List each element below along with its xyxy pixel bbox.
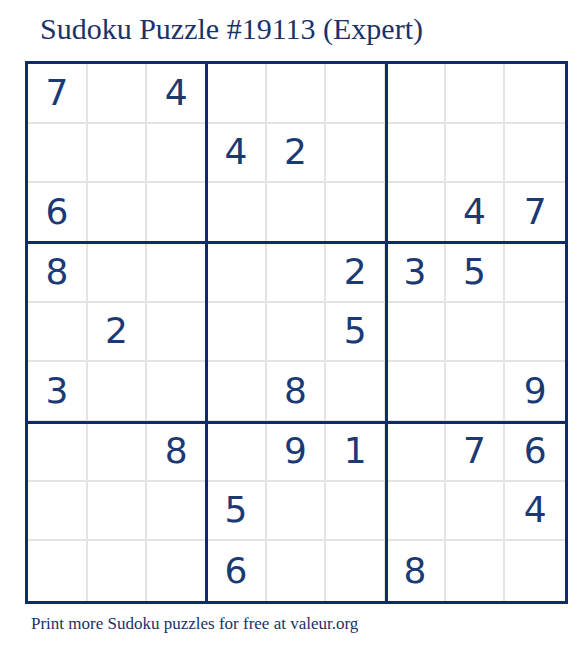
cell-r8c2 bbox=[88, 482, 148, 542]
cell-r6c2 bbox=[88, 362, 148, 422]
cell-r6c7 bbox=[386, 362, 446, 422]
cell-r9c3 bbox=[147, 541, 207, 601]
cell-r7c5: 9 bbox=[267, 422, 327, 482]
cell-r9c5 bbox=[267, 541, 327, 601]
cell-r8c3 bbox=[147, 482, 207, 542]
page-title: Sudoku Puzzle #19113 (Expert) bbox=[40, 12, 423, 46]
cell-r8c9: 4 bbox=[505, 482, 565, 542]
cell-r4c2 bbox=[88, 243, 148, 303]
cell-r6c6 bbox=[326, 362, 386, 422]
cell-r6c4 bbox=[207, 362, 267, 422]
cell-r7c7 bbox=[386, 422, 446, 482]
cell-r8c4: 5 bbox=[207, 482, 267, 542]
cell-r4c9 bbox=[505, 243, 565, 303]
cell-r5c5 bbox=[267, 303, 327, 363]
cell-r7c6: 1 bbox=[326, 422, 386, 482]
cell-r2c8 bbox=[446, 124, 506, 184]
cell-r9c9 bbox=[505, 541, 565, 601]
cell-r7c1 bbox=[28, 422, 88, 482]
cell-r9c6 bbox=[326, 541, 386, 601]
cell-r8c8 bbox=[446, 482, 506, 542]
cell-r3c1: 6 bbox=[28, 183, 88, 243]
sudoku-print-page: Sudoku Puzzle #19113 (Expert) 7442647823… bbox=[0, 0, 580, 651]
cell-r2c1 bbox=[28, 124, 88, 184]
cell-r7c9: 6 bbox=[505, 422, 565, 482]
cell-r6c9: 9 bbox=[505, 362, 565, 422]
cell-r1c6 bbox=[326, 64, 386, 124]
cell-r3c9: 7 bbox=[505, 183, 565, 243]
cell-r4c1: 8 bbox=[28, 243, 88, 303]
cell-r7c8: 7 bbox=[446, 422, 506, 482]
cell-r2c2 bbox=[88, 124, 148, 184]
cell-r9c7: 8 bbox=[386, 541, 446, 601]
cell-r5c6: 5 bbox=[326, 303, 386, 363]
cell-r2c6 bbox=[326, 124, 386, 184]
cell-r3c3 bbox=[147, 183, 207, 243]
cell-r1c2 bbox=[88, 64, 148, 124]
cell-r1c7 bbox=[386, 64, 446, 124]
cell-r4c3 bbox=[147, 243, 207, 303]
cell-r6c8 bbox=[446, 362, 506, 422]
cell-r6c1: 3 bbox=[28, 362, 88, 422]
cell-r3c7 bbox=[386, 183, 446, 243]
cell-r2c5: 2 bbox=[267, 124, 327, 184]
cell-r6c5: 8 bbox=[267, 362, 327, 422]
cell-r2c3 bbox=[147, 124, 207, 184]
cell-r8c5 bbox=[267, 482, 327, 542]
cell-r2c7 bbox=[386, 124, 446, 184]
cell-r4c5 bbox=[267, 243, 327, 303]
sudoku-board: 7442647823525389891765468 bbox=[25, 61, 568, 604]
cell-r8c6 bbox=[326, 482, 386, 542]
cell-r9c8 bbox=[446, 541, 506, 601]
cell-r9c4: 6 bbox=[207, 541, 267, 601]
cell-r7c4 bbox=[207, 422, 267, 482]
cell-r5c1 bbox=[28, 303, 88, 363]
cell-r5c2: 2 bbox=[88, 303, 148, 363]
cell-r5c3 bbox=[147, 303, 207, 363]
cell-r6c3 bbox=[147, 362, 207, 422]
cell-r4c7: 3 bbox=[386, 243, 446, 303]
cell-r1c9 bbox=[505, 64, 565, 124]
cell-r9c2 bbox=[88, 541, 148, 601]
cell-r1c8 bbox=[446, 64, 506, 124]
cell-r1c5 bbox=[267, 64, 327, 124]
cell-r5c8 bbox=[446, 303, 506, 363]
cell-r3c4 bbox=[207, 183, 267, 243]
cell-r3c2 bbox=[88, 183, 148, 243]
cell-r4c6: 2 bbox=[326, 243, 386, 303]
cell-r4c8: 5 bbox=[446, 243, 506, 303]
cell-r7c2 bbox=[88, 422, 148, 482]
footer-promo-text: Print more Sudoku puzzles for free at va… bbox=[31, 614, 358, 634]
cell-r3c5 bbox=[267, 183, 327, 243]
cell-r7c3: 8 bbox=[147, 422, 207, 482]
cell-r5c9 bbox=[505, 303, 565, 363]
cell-r2c4: 4 bbox=[207, 124, 267, 184]
cell-r3c6 bbox=[326, 183, 386, 243]
cell-r1c1: 7 bbox=[28, 64, 88, 124]
cell-r5c7 bbox=[386, 303, 446, 363]
cell-r2c9 bbox=[505, 124, 565, 184]
cell-r8c1 bbox=[28, 482, 88, 542]
cell-r5c4 bbox=[207, 303, 267, 363]
cell-r1c4 bbox=[207, 64, 267, 124]
cell-r4c4 bbox=[207, 243, 267, 303]
cell-r8c7 bbox=[386, 482, 446, 542]
cell-r9c1 bbox=[28, 541, 88, 601]
cell-r3c8: 4 bbox=[446, 183, 506, 243]
cell-r1c3: 4 bbox=[147, 64, 207, 124]
